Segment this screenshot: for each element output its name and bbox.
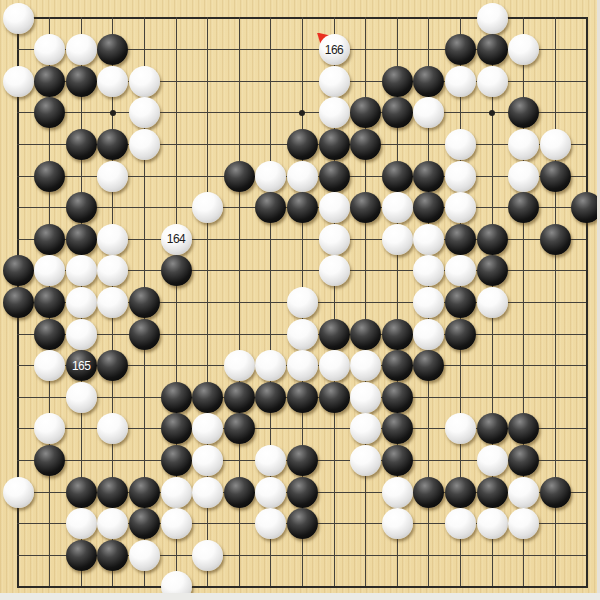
stone-white [161,477,192,508]
stone-white [508,508,539,539]
stone-white [192,477,223,508]
stone-black [413,477,444,508]
stone-white [287,350,318,381]
stone-black [319,161,350,192]
stone-white-move-164: 164 [161,224,192,255]
stone-white [66,255,97,286]
stone-white [287,319,318,350]
stone-black [224,413,255,444]
star-point [299,110,305,116]
stone-white [129,97,160,128]
stone-black [508,192,539,223]
stone-black [350,129,381,160]
stone-black [382,350,413,381]
stone-black [413,66,444,97]
stone-black [319,129,350,160]
stone-black [34,224,65,255]
stone-white [477,66,508,97]
stone-black [382,97,413,128]
stone-black [66,477,97,508]
stone-white [382,477,413,508]
stone-white [34,413,65,444]
stone-white [192,413,223,444]
stone-white [477,508,508,539]
stone-black [350,319,381,350]
stone-white [382,192,413,223]
stone-white [413,97,444,128]
stone-black [477,255,508,286]
move-number-label: 164 [167,233,186,245]
stone-white [129,540,160,571]
stone-black [508,97,539,128]
stone-black [287,477,318,508]
stone-black [382,66,413,97]
stone-black [161,413,192,444]
stone-white [34,350,65,381]
stone-black [477,34,508,65]
stone-black [477,224,508,255]
stone-white [192,192,223,223]
stone-white [508,129,539,160]
stone-white [413,224,444,255]
stone-black [445,287,476,318]
stone-black [224,161,255,192]
stone-black [350,192,381,223]
star-point [110,110,116,116]
stone-white [445,129,476,160]
stone-white [319,224,350,255]
stone-black [508,413,539,444]
stone-white [255,445,286,476]
stone-black-move-165: 165 [66,350,97,381]
stone-white [350,413,381,444]
stone-black [540,161,571,192]
stone-white [97,255,128,286]
go-app: 166164165 [0,0,600,600]
stone-black [192,382,223,413]
stone-black [97,477,128,508]
stone-black [66,66,97,97]
stone-black [224,382,255,413]
stone-black [287,382,318,413]
stone-black [445,224,476,255]
stone-black [129,287,160,318]
stone-white [66,287,97,318]
stone-white [540,129,571,160]
stone-white [129,66,160,97]
stone-black [508,445,539,476]
stone-black [287,129,318,160]
window-bottom-strip [0,593,600,600]
stone-black [3,287,34,318]
stone-black [382,161,413,192]
stone-black [129,319,160,350]
move-number-label: 165 [72,360,91,372]
stone-white [319,97,350,128]
stone-white [445,413,476,444]
stone-black [413,350,444,381]
stone-black [382,445,413,476]
stone-white [129,129,160,160]
stone-white [319,192,350,223]
stone-white [350,350,381,381]
stone-white [97,287,128,318]
stone-black [129,508,160,539]
stone-black [540,477,571,508]
stone-black [66,540,97,571]
stone-black [161,445,192,476]
stone-black [97,129,128,160]
stone-white [508,34,539,65]
stone-white [97,224,128,255]
stone-white [255,350,286,381]
stone-white [34,255,65,286]
stone-white [319,66,350,97]
stone-white [287,161,318,192]
stone-black [34,319,65,350]
stone-white [477,445,508,476]
stone-black [287,445,318,476]
stone-white [413,255,444,286]
stone-white [192,540,223,571]
stone-black [287,508,318,539]
stone-black [382,319,413,350]
stone-white [445,66,476,97]
stone-white [319,255,350,286]
stone-black [66,224,97,255]
stone-black [34,445,65,476]
stone-white [3,3,34,34]
stone-black [445,477,476,508]
stone-white [66,508,97,539]
stone-black [66,192,97,223]
stone-black [319,382,350,413]
stone-black [477,413,508,444]
move-number-label: 166 [325,44,344,56]
stone-black [161,382,192,413]
stone-white [350,382,381,413]
stone-black [129,477,160,508]
stone-black [97,350,128,381]
stone-white [255,508,286,539]
stone-black [445,319,476,350]
go-board[interactable]: 166164165 [0,0,597,593]
stone-white [97,508,128,539]
stone-white [34,34,65,65]
stone-black [66,129,97,160]
stone-black [34,66,65,97]
stone-white [224,350,255,381]
stone-black [287,192,318,223]
stone-white [445,192,476,223]
stone-white [382,508,413,539]
stone-white [413,319,444,350]
stone-white [319,350,350,381]
stone-white-move-166: 166 [319,34,350,65]
stone-white [3,66,34,97]
stone-white [508,477,539,508]
stone-black [97,540,128,571]
stone-white [66,34,97,65]
stone-black [34,97,65,128]
stone-black [97,34,128,65]
stone-black [161,255,192,286]
stone-black [34,161,65,192]
stone-white [477,287,508,318]
stone-white [255,477,286,508]
grid-line-horizontal [17,586,588,588]
stone-black [382,382,413,413]
stone-white [445,508,476,539]
stone-white [445,255,476,286]
stone-black [3,255,34,286]
stone-white [66,319,97,350]
stone-black [382,413,413,444]
stone-white [287,287,318,318]
stone-black [350,97,381,128]
stone-black [413,192,444,223]
stone-black [540,224,571,255]
stone-white [97,161,128,192]
stone-black [477,477,508,508]
stone-white [508,161,539,192]
stone-white [97,413,128,444]
star-point [489,110,495,116]
stone-black [224,477,255,508]
stone-black [445,34,476,65]
stone-black [255,382,286,413]
stone-white [477,3,508,34]
stone-white [192,445,223,476]
stone-white [3,477,34,508]
stone-black [413,161,444,192]
stone-black [34,287,65,318]
stone-white [161,508,192,539]
stone-white [97,66,128,97]
stone-white [350,445,381,476]
stone-white [445,161,476,192]
stone-black [571,192,600,223]
stone-white [413,287,444,318]
stone-black [255,192,286,223]
stone-black [319,319,350,350]
stone-white [255,161,286,192]
stone-white [66,382,97,413]
grid-line-vertical [586,17,588,588]
stone-white [382,224,413,255]
